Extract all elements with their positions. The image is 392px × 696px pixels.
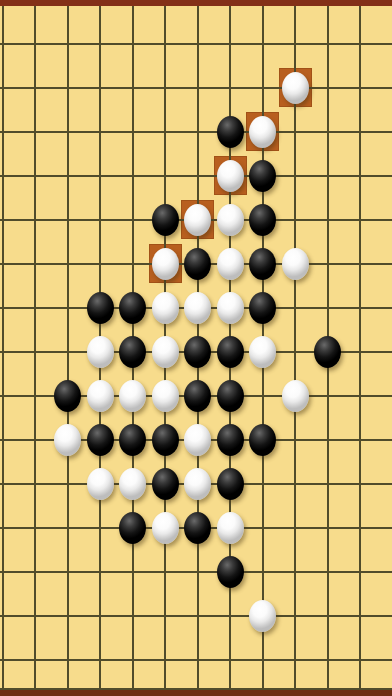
- white-stone: [152, 248, 179, 280]
- black-stone: [249, 204, 276, 236]
- grid-line-horizontal-0: [0, 43, 392, 45]
- white-stone: [87, 380, 114, 412]
- black-stone: [184, 248, 211, 280]
- black-stone: [184, 512, 211, 544]
- black-stone: [249, 248, 276, 280]
- grid-line-vertical-11: [359, 5, 361, 690]
- black-stone: [249, 160, 276, 192]
- white-stone: [249, 336, 276, 368]
- black-stone: [184, 336, 211, 368]
- grid-line-horizontal-12: [0, 571, 392, 573]
- black-stone: [217, 468, 244, 500]
- black-stone: [54, 380, 81, 412]
- black-stone: [119, 292, 146, 324]
- white-stone: [119, 468, 146, 500]
- grid-line-vertical-1: [34, 5, 36, 690]
- bottom-border-bar: [0, 690, 392, 696]
- top-border-bar: [0, 0, 392, 6]
- white-stone: [217, 248, 244, 280]
- black-stone: [152, 204, 179, 236]
- gomoku-board[interactable]: [0, 0, 392, 696]
- white-stone: [217, 292, 244, 324]
- white-stone: [152, 512, 179, 544]
- grid-line-vertical-2: [67, 5, 69, 690]
- white-stone: [282, 248, 309, 280]
- white-stone: [152, 380, 179, 412]
- grid-line-vertical-0: [2, 5, 4, 690]
- white-stone: [282, 380, 309, 412]
- white-stone: [184, 204, 211, 236]
- white-stone: [249, 116, 276, 148]
- black-stone: [217, 116, 244, 148]
- white-stone: [217, 160, 244, 192]
- white-stone: [249, 600, 276, 632]
- white-stone: [152, 336, 179, 368]
- white-stone: [54, 424, 81, 456]
- grid-line-horizontal-13: [0, 615, 392, 617]
- black-stone: [152, 424, 179, 456]
- grid-line-horizontal-1: [0, 87, 392, 89]
- grid-line-horizontal-3: [0, 175, 392, 177]
- grid-line-horizontal-14: [0, 659, 392, 661]
- black-stone: [217, 380, 244, 412]
- black-stone: [87, 424, 114, 456]
- grid-line-horizontal-2: [0, 131, 392, 133]
- white-stone: [152, 292, 179, 324]
- white-stone: [217, 204, 244, 236]
- white-stone: [184, 292, 211, 324]
- black-stone: [249, 424, 276, 456]
- black-stone: [119, 512, 146, 544]
- white-stone: [87, 336, 114, 368]
- black-stone: [249, 292, 276, 324]
- grid-line-vertical-9: [294, 5, 296, 690]
- white-stone: [119, 380, 146, 412]
- black-stone: [217, 556, 244, 588]
- black-stone: [184, 380, 211, 412]
- white-stone: [184, 424, 211, 456]
- black-stone: [119, 336, 146, 368]
- black-stone: [217, 336, 244, 368]
- white-stone: [87, 468, 114, 500]
- white-stone: [184, 468, 211, 500]
- white-stone: [217, 512, 244, 544]
- black-stone: [87, 292, 114, 324]
- black-stone: [152, 468, 179, 500]
- black-stone: [119, 424, 146, 456]
- white-stone: [282, 72, 309, 104]
- black-stone: [217, 424, 244, 456]
- black-stone: [314, 336, 341, 368]
